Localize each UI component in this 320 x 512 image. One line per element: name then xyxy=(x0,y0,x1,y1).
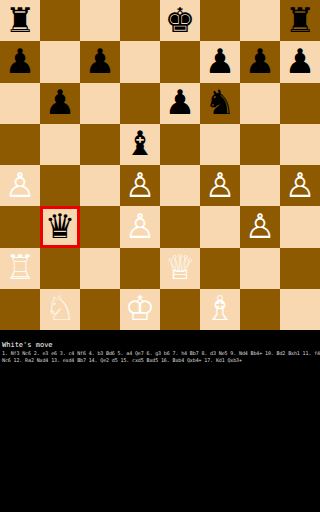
square-e3[interactable] xyxy=(160,206,200,247)
square-b1[interactable]: ♘ xyxy=(40,289,80,330)
black-pawn[interactable]: ♟ xyxy=(85,44,115,78)
white-rook[interactable]: ♖ xyxy=(5,250,35,284)
black-rook[interactable]: ♜ xyxy=(5,3,35,37)
black-pawn[interactable]: ♟ xyxy=(245,44,275,78)
black-pawn[interactable]: ♟ xyxy=(45,85,75,119)
square-d7[interactable] xyxy=(120,41,160,82)
black-bishop[interactable]: ♝ xyxy=(125,126,155,160)
chess-board: ♜♚♜♟♟♟♟♟♟♟♞♝♙♙♙♙♛♙♙♖♕♘♔♗ xyxy=(0,0,320,330)
white-bishop[interactable]: ♗ xyxy=(205,291,235,325)
square-h8[interactable]: ♜ xyxy=(280,0,320,41)
black-rook[interactable]: ♜ xyxy=(285,3,315,37)
square-c8[interactable] xyxy=(80,0,120,41)
black-pawn[interactable]: ♟ xyxy=(285,44,315,78)
square-c5[interactable] xyxy=(80,124,120,165)
square-g6[interactable] xyxy=(240,83,280,124)
square-f1[interactable]: ♗ xyxy=(200,289,240,330)
square-b2[interactable] xyxy=(40,248,80,289)
black-queen[interactable]: ♛ xyxy=(45,209,75,243)
square-c2[interactable] xyxy=(80,248,120,289)
square-d5[interactable]: ♝ xyxy=(120,124,160,165)
black-knight[interactable]: ♞ xyxy=(205,85,235,119)
square-d3[interactable]: ♙ xyxy=(120,206,160,247)
square-a5[interactable] xyxy=(0,124,40,165)
square-e7[interactable] xyxy=(160,41,200,82)
turn-indicator: White's move xyxy=(2,341,318,349)
square-g7[interactable]: ♟ xyxy=(240,41,280,82)
square-h1[interactable] xyxy=(280,289,320,330)
square-e5[interactable] xyxy=(160,124,200,165)
white-pawn[interactable]: ♙ xyxy=(245,209,275,243)
square-g5[interactable] xyxy=(240,124,280,165)
square-c3[interactable] xyxy=(80,206,120,247)
square-b5[interactable] xyxy=(40,124,80,165)
square-a7[interactable]: ♟ xyxy=(0,41,40,82)
square-a4[interactable]: ♙ xyxy=(0,165,40,206)
square-g4[interactable] xyxy=(240,165,280,206)
square-d6[interactable] xyxy=(120,83,160,124)
move-list-line-2: Nc6 12. Ra2 Nxd4 13. exd4 Bb7 14. Qe2 d5… xyxy=(2,357,318,364)
square-f8[interactable] xyxy=(200,0,240,41)
square-a2[interactable]: ♖ xyxy=(0,248,40,289)
square-a3[interactable] xyxy=(0,206,40,247)
white-pawn[interactable]: ♙ xyxy=(285,168,315,202)
info-panel: White's move 1. Nf3 Nc6 2. e3 e6 3. c4 N… xyxy=(0,330,320,364)
square-g1[interactable] xyxy=(240,289,280,330)
square-e4[interactable] xyxy=(160,165,200,206)
square-a8[interactable]: ♜ xyxy=(0,0,40,41)
move-list: 1. Nf3 Nc6 2. e3 e6 3. c4 Nf6 4. b3 Bd6 … xyxy=(2,350,318,364)
square-e2[interactable]: ♕ xyxy=(160,248,200,289)
black-pawn[interactable]: ♟ xyxy=(5,44,35,78)
square-a6[interactable] xyxy=(0,83,40,124)
square-e8[interactable]: ♚ xyxy=(160,0,200,41)
black-pawn[interactable]: ♟ xyxy=(205,44,235,78)
white-pawn[interactable]: ♙ xyxy=(5,168,35,202)
square-f5[interactable] xyxy=(200,124,240,165)
square-g8[interactable] xyxy=(240,0,280,41)
square-b6[interactable]: ♟ xyxy=(40,83,80,124)
square-d2[interactable] xyxy=(120,248,160,289)
square-h5[interactable] xyxy=(280,124,320,165)
square-b3[interactable]: ♛ xyxy=(40,206,80,247)
square-e1[interactable] xyxy=(160,289,200,330)
square-b7[interactable] xyxy=(40,41,80,82)
square-f7[interactable]: ♟ xyxy=(200,41,240,82)
black-king[interactable]: ♚ xyxy=(165,3,195,37)
square-g3[interactable]: ♙ xyxy=(240,206,280,247)
square-a1[interactable] xyxy=(0,289,40,330)
white-queen[interactable]: ♕ xyxy=(165,250,195,284)
white-king[interactable]: ♔ xyxy=(125,291,155,325)
move-list-line-1: 1. Nf3 Nc6 2. e3 e6 3. c4 Nf6 4. b3 Bd6 … xyxy=(2,350,318,357)
square-f2[interactable] xyxy=(200,248,240,289)
white-pawn[interactable]: ♙ xyxy=(125,209,155,243)
chess-app: ♜♚♜♟♟♟♟♟♟♟♞♝♙♙♙♙♛♙♙♖♕♘♔♗ White's move 1.… xyxy=(0,0,320,512)
square-h7[interactable]: ♟ xyxy=(280,41,320,82)
square-h3[interactable] xyxy=(280,206,320,247)
square-c4[interactable] xyxy=(80,165,120,206)
white-pawn[interactable]: ♙ xyxy=(205,168,235,202)
square-c7[interactable]: ♟ xyxy=(80,41,120,82)
white-pawn[interactable]: ♙ xyxy=(125,168,155,202)
square-b4[interactable] xyxy=(40,165,80,206)
square-h2[interactable] xyxy=(280,248,320,289)
square-c6[interactable] xyxy=(80,83,120,124)
square-c1[interactable] xyxy=(80,289,120,330)
square-f6[interactable]: ♞ xyxy=(200,83,240,124)
white-knight[interactable]: ♘ xyxy=(45,291,75,325)
square-f4[interactable]: ♙ xyxy=(200,165,240,206)
square-h6[interactable] xyxy=(280,83,320,124)
square-b8[interactable] xyxy=(40,0,80,41)
square-d4[interactable]: ♙ xyxy=(120,165,160,206)
square-d8[interactable] xyxy=(120,0,160,41)
square-f3[interactable] xyxy=(200,206,240,247)
black-pawn[interactable]: ♟ xyxy=(165,85,195,119)
square-g2[interactable] xyxy=(240,248,280,289)
square-d1[interactable]: ♔ xyxy=(120,289,160,330)
square-e6[interactable]: ♟ xyxy=(160,83,200,124)
square-h4[interactable]: ♙ xyxy=(280,165,320,206)
